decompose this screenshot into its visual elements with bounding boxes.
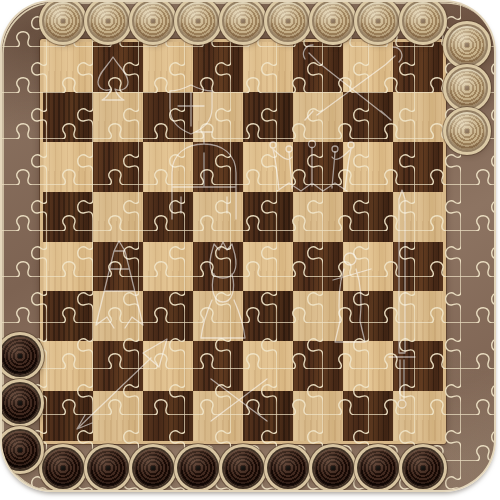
square-r2c1[interactable] [43,92,93,142]
square-r3c8[interactable] [393,142,443,192]
square-r4c8[interactable] [393,192,443,242]
dark-checker[interactable] [1,384,39,422]
square-r1c1[interactable] [43,42,93,92]
square-r6c3[interactable] [143,291,193,341]
square-r6c2[interactable] [93,291,143,341]
light-checker[interactable] [134,2,172,40]
square-r7c2[interactable] [93,341,143,391]
square-r7c4[interactable] [193,341,243,391]
light-checker[interactable] [224,2,262,40]
square-r1c2[interactable] [93,42,143,92]
square-r4c1[interactable] [43,192,93,242]
square-r1c7[interactable] [343,42,393,92]
square-r5c6[interactable] [293,242,343,292]
square-r4c7[interactable] [343,192,393,242]
square-r1c4[interactable] [193,42,243,92]
square-r5c5[interactable] [243,242,293,292]
square-r1c6[interactable] [293,42,343,92]
square-r5c1[interactable] [43,242,93,292]
square-r6c8[interactable] [393,291,443,341]
square-r2c5[interactable] [243,92,293,142]
square-r8c3[interactable] [143,391,193,441]
square-r7c8[interactable] [393,341,443,391]
square-r6c5[interactable] [243,291,293,341]
light-checker[interactable] [269,2,307,40]
light-checker[interactable] [404,2,442,40]
dark-checker[interactable] [44,449,82,487]
light-checker[interactable] [448,26,486,64]
square-r8c5[interactable] [243,391,293,441]
light-checker[interactable] [448,69,486,107]
square-r8c7[interactable] [343,391,393,441]
dark-checker[interactable] [359,449,397,487]
dark-checker[interactable] [134,449,172,487]
light-checker[interactable] [44,2,82,40]
light-checker[interactable] [179,2,217,40]
light-checker[interactable] [448,112,486,150]
dark-checker[interactable] [1,431,39,469]
jigsaw-puzzle-slab [0,0,496,492]
square-r6c4[interactable] [193,291,243,341]
square-r6c7[interactable] [343,291,393,341]
square-r8c6[interactable] [293,391,343,441]
square-r2c2[interactable] [93,92,143,142]
square-r2c4[interactable] [193,92,243,142]
square-r8c4[interactable] [193,391,243,441]
square-r3c6[interactable] [293,142,343,192]
square-r7c6[interactable] [293,341,343,391]
square-r3c5[interactable] [243,142,293,192]
dark-checker[interactable] [179,449,217,487]
square-r1c5[interactable] [243,42,293,92]
dark-checker[interactable] [314,449,352,487]
square-r6c6[interactable] [293,291,343,341]
chess-board [40,39,446,444]
light-checker[interactable] [359,2,397,40]
square-r8c1[interactable] [43,391,93,441]
square-r2c6[interactable] [293,92,343,142]
square-r4c5[interactable] [243,192,293,242]
light-checker[interactable] [89,2,127,40]
square-r7c5[interactable] [243,341,293,391]
square-r4c4[interactable] [193,192,243,242]
board-grid [43,42,443,441]
square-r3c7[interactable] [343,142,393,192]
product-photo-wooden-puzzle-chessboard [0,0,500,500]
square-r4c6[interactable] [293,192,343,242]
square-r3c1[interactable] [43,142,93,192]
dark-checker[interactable] [269,449,307,487]
square-r8c2[interactable] [93,391,143,441]
square-r2c3[interactable] [143,92,193,142]
square-r3c2[interactable] [93,142,143,192]
dark-checker[interactable] [1,337,39,375]
dark-checker[interactable] [89,449,127,487]
square-r6c1[interactable] [43,291,93,341]
square-r4c3[interactable] [143,192,193,242]
square-r5c4[interactable] [193,242,243,292]
square-r2c7[interactable] [343,92,393,142]
square-r5c3[interactable] [143,242,193,292]
square-r4c2[interactable] [93,192,143,242]
square-r7c7[interactable] [343,341,393,391]
square-r7c1[interactable] [43,341,93,391]
square-r1c3[interactable] [143,42,193,92]
square-r2c8[interactable] [393,92,443,142]
square-r8c8[interactable] [393,391,443,441]
square-r1c8[interactable] [393,42,443,92]
square-r5c2[interactable] [93,242,143,292]
square-r5c7[interactable] [343,242,393,292]
square-r5c8[interactable] [393,242,443,292]
square-r3c3[interactable] [143,142,193,192]
dark-checker[interactable] [404,449,442,487]
dark-checker[interactable] [224,449,262,487]
square-r3c4[interactable] [193,142,243,192]
square-r7c3[interactable] [143,341,193,391]
light-checker[interactable] [314,2,352,40]
